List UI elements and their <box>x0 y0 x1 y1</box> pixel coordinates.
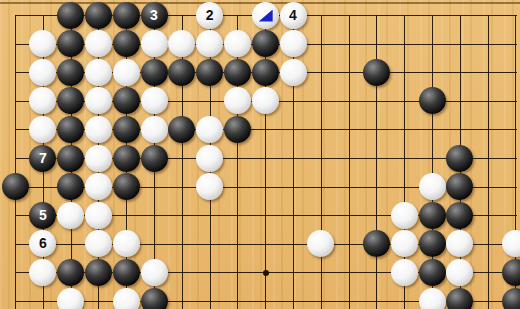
black-stone[interactable] <box>141 145 168 172</box>
white-stone[interactable] <box>141 87 168 114</box>
black-stone[interactable] <box>57 59 84 86</box>
white-stone[interactable] <box>419 288 446 309</box>
white-stone[interactable] <box>391 202 418 229</box>
black-stone[interactable] <box>57 2 84 29</box>
white-stone[interactable] <box>141 259 168 286</box>
black-stone[interactable] <box>168 116 195 143</box>
black-stone[interactable] <box>419 230 446 257</box>
white-stone[interactable] <box>196 30 223 57</box>
white-stone[interactable] <box>196 145 223 172</box>
white-stone[interactable] <box>113 288 140 309</box>
black-stone[interactable] <box>224 59 251 86</box>
white-stone[interactable] <box>85 30 112 57</box>
white-stone[interactable] <box>85 173 112 200</box>
move-number-label: 4 <box>280 2 307 29</box>
white-stone[interactable] <box>85 202 112 229</box>
white-stone[interactable] <box>113 230 140 257</box>
white-stone[interactable] <box>85 145 112 172</box>
black-stone[interactable] <box>113 30 140 57</box>
black-stone[interactable] <box>141 288 168 309</box>
black-stone[interactable] <box>252 59 279 86</box>
white-stone[interactable] <box>224 87 251 114</box>
black-stone[interactable] <box>419 87 446 114</box>
black-stone[interactable] <box>113 116 140 143</box>
black-stone[interactable] <box>57 173 84 200</box>
black-stone[interactable] <box>419 259 446 286</box>
white-stone[interactable]: 6 <box>29 230 56 257</box>
white-stone[interactable] <box>391 259 418 286</box>
white-stone[interactable] <box>57 202 84 229</box>
white-stone[interactable] <box>85 87 112 114</box>
black-stone[interactable]: 3 <box>141 2 168 29</box>
black-stone[interactable] <box>57 145 84 172</box>
black-stone[interactable] <box>363 230 390 257</box>
black-stone[interactable] <box>113 87 140 114</box>
black-stone[interactable]: 5 <box>29 202 56 229</box>
white-stone[interactable] <box>196 173 223 200</box>
black-stone[interactable] <box>168 59 195 86</box>
black-stone[interactable] <box>57 30 84 57</box>
move-number-label: 5 <box>29 202 56 229</box>
white-stone[interactable] <box>29 116 56 143</box>
white-stone[interactable] <box>29 259 56 286</box>
go-board-diagram[interactable]: 324756 <box>0 0 520 309</box>
move-number-label: 3 <box>141 2 168 29</box>
white-stone[interactable] <box>252 2 279 29</box>
black-stone[interactable] <box>252 30 279 57</box>
black-stone[interactable]: 7 <box>29 145 56 172</box>
black-stone[interactable] <box>224 116 251 143</box>
black-stone[interactable] <box>113 259 140 286</box>
black-stone[interactable] <box>57 116 84 143</box>
black-stone[interactable] <box>363 59 390 86</box>
move-number-label: 7 <box>29 145 56 172</box>
white-stone[interactable] <box>419 173 446 200</box>
black-stone[interactable] <box>85 259 112 286</box>
white-stone[interactable] <box>280 30 307 57</box>
move-number-label: 2 <box>196 2 223 29</box>
white-stone[interactable] <box>196 116 223 143</box>
triangle-marker-icon <box>259 10 273 22</box>
white-stone[interactable] <box>29 59 56 86</box>
white-stone[interactable] <box>446 259 473 286</box>
white-stone[interactable] <box>141 116 168 143</box>
white-stone[interactable] <box>85 59 112 86</box>
star-point <box>263 270 269 276</box>
white-stone[interactable] <box>85 116 112 143</box>
white-stone[interactable]: 4 <box>280 2 307 29</box>
black-stone[interactable] <box>85 2 112 29</box>
black-stone[interactable] <box>196 59 223 86</box>
white-stone[interactable] <box>391 230 418 257</box>
black-stone[interactable] <box>2 173 29 200</box>
black-stone[interactable] <box>419 202 446 229</box>
white-stone[interactable] <box>141 30 168 57</box>
black-stone[interactable] <box>113 2 140 29</box>
white-stone[interactable]: 2 <box>196 2 223 29</box>
white-stone[interactable] <box>113 59 140 86</box>
black-stone[interactable] <box>113 145 140 172</box>
move-number-label: 6 <box>29 230 56 257</box>
white-stone[interactable] <box>224 30 251 57</box>
white-stone[interactable] <box>280 59 307 86</box>
black-stone[interactable] <box>141 59 168 86</box>
black-stone[interactable] <box>446 202 473 229</box>
black-stone[interactable] <box>446 145 473 172</box>
black-stone[interactable] <box>113 173 140 200</box>
white-stone[interactable] <box>85 230 112 257</box>
white-stone[interactable] <box>252 87 279 114</box>
black-stone[interactable] <box>57 259 84 286</box>
